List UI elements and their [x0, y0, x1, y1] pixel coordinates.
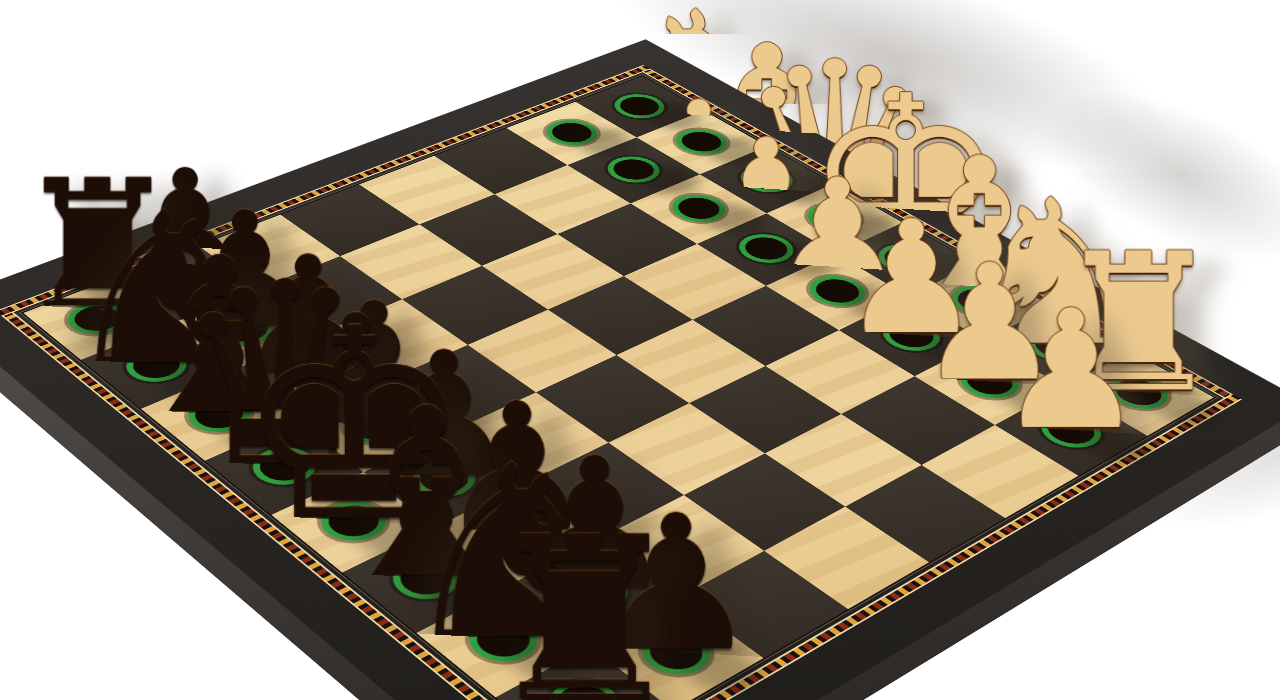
piece-black-rook-h8[interactable]: ♜ — [495, 646, 674, 700]
rook-glyph: ♜ — [446, 308, 722, 700]
board: ♜♞♝♛♚♝♞♜♟♟♟♟♟♟♟♟♟♟♟♟♟♟♟♟♜♞♝♛♚♝♞♜ — [0, 39, 1280, 700]
camera-tilt: ♜♞♝♛♚♝♞♜♟♟♟♟♟♟♟♟♟♟♟♟♟♟♟♟♜♞♝♛♚♝♞♜ — [0, 0, 1280, 700]
perspective-scene: ♜♞♝♛♚♝♞♜♟♟♟♟♟♟♟♟♟♟♟♟♟♟♟♟♜♞♝♛♚♝♞♜ — [0, 0, 1280, 700]
product-photo-scene: ♜♞♝♛♚♝♞♜♟♟♟♟♟♟♟♟♟♟♟♟♟♟♟♟♜♞♝♛♚♝♞♜ — [0, 0, 1280, 700]
pawn-glyph: ♟ — [953, 91, 1189, 430]
